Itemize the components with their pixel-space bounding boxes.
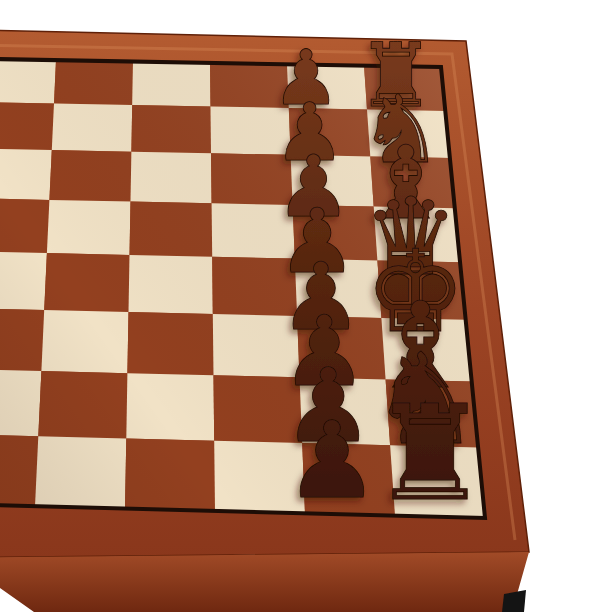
chess-piece-rook: ♜: [371, 376, 489, 530]
chess-set-photo: ♜♞♝♛♚♝♞♜♟♟♟♟♟♟♟♟: [0, 0, 612, 612]
chess-piece-pawn: ♟: [284, 399, 379, 522]
chess-board: ♜♞♝♛♚♝♞♜♟♟♟♟♟♟♟♟: [0, 0, 612, 612]
board-box-side: [0, 552, 529, 612]
